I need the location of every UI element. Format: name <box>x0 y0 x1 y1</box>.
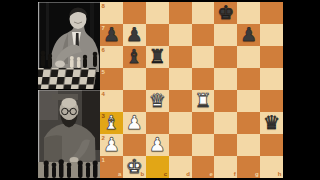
square-e5[interactable] <box>192 68 215 90</box>
square-c4[interactable]: ♛ <box>146 90 169 112</box>
square-c2[interactable]: ♟ <box>146 134 169 156</box>
square-d7[interactable] <box>169 24 192 46</box>
square-e7[interactable] <box>192 24 215 46</box>
square-d2[interactable] <box>169 134 192 156</box>
white-queen[interactable]: ♛ <box>149 91 166 110</box>
chess-board: 8♚7♟♟♟6♝♜54♛♜3♝♟♛2♟♟1ab♚cdefgh <box>100 2 283 178</box>
file-label-e: e <box>210 171 213 177</box>
file-label-h: h <box>278 171 282 177</box>
square-g8[interactable] <box>237 2 260 24</box>
square-b2[interactable] <box>123 134 146 156</box>
square-h4[interactable] <box>260 90 283 112</box>
square-b6[interactable]: ♝ <box>123 46 146 68</box>
square-d6[interactable] <box>169 46 192 68</box>
square-f2[interactable] <box>214 134 237 156</box>
square-h2[interactable] <box>260 134 283 156</box>
square-f3[interactable] <box>214 112 237 134</box>
white-bishop[interactable]: ♝ <box>103 113 120 132</box>
square-g3[interactable] <box>237 112 260 134</box>
square-b7[interactable]: ♟ <box>123 24 146 46</box>
square-f1[interactable]: f <box>214 156 237 178</box>
white-king[interactable]: ♚ <box>126 157 143 176</box>
square-d8[interactable] <box>169 2 192 24</box>
square-c6[interactable]: ♜ <box>146 46 169 68</box>
square-d3[interactable] <box>169 112 192 134</box>
square-a7[interactable]: 7♟ <box>100 24 123 46</box>
black-bishop[interactable]: ♝ <box>126 47 143 66</box>
square-a4[interactable]: 4 <box>100 90 123 112</box>
square-b5[interactable] <box>123 68 146 90</box>
square-d4[interactable] <box>169 90 192 112</box>
square-h6[interactable] <box>260 46 283 68</box>
file-label-d: d <box>186 171 190 177</box>
square-a6[interactable]: 6 <box>100 46 123 68</box>
square-h5[interactable] <box>260 68 283 90</box>
white-pawn[interactable]: ♟ <box>126 113 143 132</box>
rank-label-8: 8 <box>102 3 105 9</box>
square-b8[interactable] <box>123 2 146 24</box>
square-e8[interactable] <box>192 2 215 24</box>
black-pawn[interactable]: ♟ <box>126 25 143 44</box>
black-pawn[interactable]: ♟ <box>240 25 257 44</box>
square-g6[interactable] <box>237 46 260 68</box>
player-photo-bottom-art <box>38 90 100 178</box>
player-photo-top-art <box>38 2 100 89</box>
square-d5[interactable] <box>169 68 192 90</box>
file-label-a: a <box>118 171 121 177</box>
square-d1[interactable]: d <box>169 156 192 178</box>
black-king[interactable]: ♚ <box>217 3 234 22</box>
square-b3[interactable]: ♟ <box>123 112 146 134</box>
square-h1[interactable]: h <box>260 156 283 178</box>
square-f8[interactable]: ♚ <box>214 2 237 24</box>
square-c3[interactable] <box>146 112 169 134</box>
square-f4[interactable] <box>214 90 237 112</box>
file-label-f: f <box>234 171 236 177</box>
square-f7[interactable] <box>214 24 237 46</box>
square-e1[interactable]: e <box>192 156 215 178</box>
square-g4[interactable] <box>237 90 260 112</box>
square-h8[interactable] <box>260 2 283 24</box>
rank-label-4: 4 <box>102 91 105 97</box>
black-pawn[interactable]: ♟ <box>103 25 120 44</box>
square-g1[interactable]: g <box>237 156 260 178</box>
square-a5[interactable]: 5 <box>100 68 123 90</box>
square-f5[interactable] <box>214 68 237 90</box>
screenshot-stage: 8♚7♟♟♟6♝♜54♛♜3♝♟♛2♟♟1ab♚cdefgh <box>0 0 320 180</box>
player-photo-bottom <box>38 90 100 178</box>
white-pawn[interactable]: ♟ <box>149 135 166 154</box>
square-h3[interactable]: ♛ <box>260 112 283 134</box>
square-c7[interactable] <box>146 24 169 46</box>
square-e6[interactable] <box>192 46 215 68</box>
square-a8[interactable]: 8 <box>100 2 123 24</box>
square-a3[interactable]: 3♝ <box>100 112 123 134</box>
file-label-g: g <box>255 171 259 177</box>
square-g7[interactable]: ♟ <box>237 24 260 46</box>
rank-label-5: 5 <box>102 69 105 75</box>
white-pawn[interactable]: ♟ <box>103 135 120 154</box>
square-f6[interactable] <box>214 46 237 68</box>
square-c1[interactable]: c <box>146 156 169 178</box>
square-b1[interactable]: b♚ <box>123 156 146 178</box>
square-h7[interactable] <box>260 24 283 46</box>
square-g2[interactable] <box>237 134 260 156</box>
square-c5[interactable] <box>146 68 169 90</box>
square-a1[interactable]: 1a <box>100 156 123 178</box>
file-label-c: c <box>164 171 167 177</box>
square-e2[interactable] <box>192 134 215 156</box>
square-a2[interactable]: 2♟ <box>100 134 123 156</box>
black-queen[interactable]: ♛ <box>263 113 280 132</box>
square-c8[interactable] <box>146 2 169 24</box>
rank-label-1: 1 <box>102 157 105 163</box>
square-e3[interactable] <box>192 112 215 134</box>
rank-label-6: 6 <box>102 47 105 53</box>
black-rook[interactable]: ♜ <box>149 47 166 66</box>
square-e4[interactable]: ♜ <box>192 90 215 112</box>
player-photo-top <box>38 2 100 89</box>
square-b4[interactable] <box>123 90 146 112</box>
square-g5[interactable] <box>237 68 260 90</box>
white-rook[interactable]: ♜ <box>194 91 211 110</box>
